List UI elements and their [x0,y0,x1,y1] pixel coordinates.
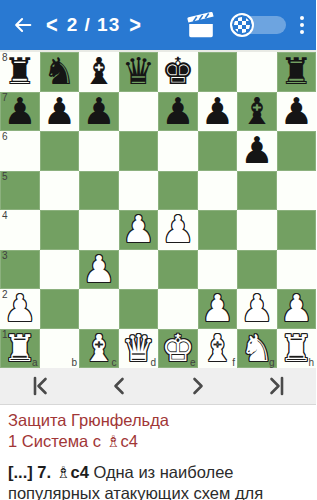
file-label: h [308,357,314,368]
square-b5[interactable] [40,171,80,211]
black-pawn: ♟ [280,92,313,131]
app-bar: < 2 / 13 > [0,0,316,50]
square-d2[interactable] [119,289,159,329]
white-pawn: ♟ [161,210,194,249]
square-b6[interactable] [40,131,80,171]
bishop-figurine-icon: ♗ [106,432,121,451]
square-h2[interactable]: ♟ [277,289,317,329]
bishop-figurine-icon: ♗ [56,463,71,482]
rank-label: 6 [2,131,8,142]
square-h3[interactable] [277,250,317,290]
white-bishop: ♝ [82,329,115,368]
square-g4[interactable] [237,210,277,250]
white-pawn: ♟ [3,289,36,328]
file-label: a [32,357,38,368]
square-a3[interactable]: 3 [0,250,40,290]
square-g6[interactable]: ♟ [237,131,277,171]
next-move-button[interactable] [158,368,237,404]
square-b1[interactable]: b [40,329,80,369]
black-rook: ♜ [3,52,36,91]
file-label: g [269,357,275,368]
white-pawn: ♟ [240,289,273,328]
square-a4[interactable]: 4 [0,210,40,250]
chapter-title: 1 Система с ♗c4 [8,431,308,452]
square-g5[interactable] [237,171,277,211]
black-queen: ♛ [122,52,155,91]
chess-board: 8♜♞♝♛♚♜7♟♟♟♟♟♝♟6♟54♟♟3♟2♟♟♟♟1a♜bc♝d♛e♚f♝… [0,50,316,368]
back-button[interactable] [0,0,46,50]
square-h1[interactable]: h♜ [277,329,317,369]
rank-label: 8 [2,52,8,63]
move-nav-bar [0,368,316,405]
square-e4[interactable]: ♟ [158,210,198,250]
arrow-left-icon [12,14,34,36]
movie-clapper-icon [186,12,216,39]
square-g2[interactable]: ♟ [237,289,277,329]
rank-label: 3 [2,250,8,261]
opening-title: Защита Грюнфельда [8,410,308,431]
square-c4[interactable] [79,210,119,250]
position-navigator: < 2 / 13 > [46,14,141,36]
square-c7[interactable]: ♟ [79,92,119,132]
file-label: f [232,357,235,368]
square-f6[interactable] [198,131,238,171]
next-move-icon [185,373,211,399]
white-pawn: ♟ [82,250,115,289]
square-a6[interactable]: 6 [0,131,40,171]
square-b8[interactable]: ♞ [40,52,80,92]
file-label: d [150,357,156,368]
square-c3[interactable]: ♟ [79,250,119,290]
position-counter: 2 / 13 [67,14,121,36]
square-e1[interactable]: e♚ [158,329,198,369]
square-h8[interactable]: ♜ [277,52,317,92]
square-c5[interactable] [79,171,119,211]
square-d5[interactable] [119,171,159,211]
first-move-button[interactable] [0,368,79,404]
white-pawn: ♟ [122,210,155,249]
white-pawn: ♟ [280,289,313,328]
square-b2[interactable] [40,289,80,329]
square-d4[interactable]: ♟ [119,210,159,250]
rank-label: 7 [2,92,8,103]
square-b3[interactable] [40,250,80,290]
file-label: c [112,357,117,368]
square-f2[interactable]: ♟ [198,289,238,329]
black-pawn: ♟ [161,92,194,131]
square-f8[interactable] [198,52,238,92]
rank-label: 2 [2,289,8,300]
board-display-toggle[interactable] [230,12,286,38]
white-pawn: ♟ [201,289,234,328]
square-g3[interactable] [237,250,277,290]
rank-label: 4 [2,210,8,221]
square-f7[interactable]: ♟ [198,92,238,132]
first-move-icon [27,373,53,399]
square-d3[interactable] [119,250,159,290]
black-bishop: ♝ [240,92,273,131]
square-f3[interactable] [198,250,238,290]
black-pawn: ♟ [3,92,36,131]
annotation-panel: Защита Грюнфельда 1 Система с ♗c4 [...] … [0,405,316,500]
square-e7[interactable]: ♟ [158,92,198,132]
square-d7[interactable] [119,92,159,132]
previous-position-arrow[interactable]: < [46,14,58,37]
black-bishop: ♝ [82,52,115,91]
square-a8[interactable]: 8♜ [0,52,40,92]
last-move-button[interactable] [237,368,316,404]
chessboard-circle-icon [230,13,254,37]
square-b4[interactable] [40,210,80,250]
black-pawn: ♟ [82,92,115,131]
last-move-icon [264,373,290,399]
next-position-arrow[interactable]: > [129,14,141,37]
square-f1[interactable]: f♝ [198,329,238,369]
square-e2[interactable] [158,289,198,329]
square-f5[interactable] [198,171,238,211]
autoplay-button[interactable] [178,0,224,50]
black-king: ♚ [161,52,194,91]
square-d8[interactable]: ♛ [119,52,159,92]
rank-label: 1 [2,329,8,340]
square-d1[interactable]: d♛ [119,329,159,369]
black-pawn: ♟ [201,92,234,131]
previous-move-icon [106,373,132,399]
square-e3[interactable] [158,250,198,290]
previous-move-button[interactable] [79,368,158,404]
square-h5[interactable] [277,171,317,211]
square-e6[interactable] [158,131,198,171]
overflow-menu-button[interactable] [294,0,316,50]
square-h4[interactable] [277,210,317,250]
square-e5[interactable] [158,171,198,211]
square-e8[interactable]: ♚ [158,52,198,92]
square-g1[interactable]: g♞ [237,329,277,369]
file-label: b [71,357,77,368]
square-a5[interactable]: 5 [0,171,40,211]
square-g8[interactable] [237,52,277,92]
square-d6[interactable] [119,131,159,171]
square-b7[interactable]: ♟ [40,92,80,132]
black-rook: ♜ [280,52,313,91]
square-c6[interactable] [79,131,119,171]
square-c8[interactable]: ♝ [79,52,119,92]
move-commentary: [...] 7. ♗c4 Одна из наиболее популярных… [8,462,308,500]
file-label: e [190,357,196,368]
kebab-menu-icon [300,16,304,20]
black-pawn: ♟ [240,131,273,170]
square-f4[interactable] [198,210,238,250]
black-knight: ♞ [43,52,76,91]
square-c2[interactable] [79,289,119,329]
square-g7[interactable]: ♝ [237,92,277,132]
square-h6[interactable] [277,131,317,171]
rank-label: 5 [2,171,8,182]
white-bishop: ♝ [201,329,234,368]
square-a2[interactable]: 2♟ [0,289,40,329]
square-a1[interactable]: 1a♜ [0,329,40,369]
square-a7[interactable]: 7♟ [0,92,40,132]
square-h7[interactable]: ♟ [277,92,317,132]
black-pawn: ♟ [43,92,76,131]
square-c1[interactable]: c♝ [79,329,119,369]
